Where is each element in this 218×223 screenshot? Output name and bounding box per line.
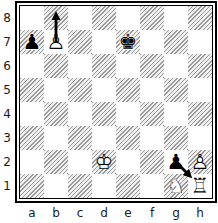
square-a2[interactable] — [20, 150, 44, 174]
square-g5[interactable] — [164, 78, 188, 102]
square-e1[interactable] — [116, 174, 140, 198]
square-c1[interactable] — [68, 174, 92, 198]
square-f2[interactable] — [140, 150, 164, 174]
square-h4[interactable] — [188, 102, 212, 126]
square-d1[interactable] — [92, 174, 116, 198]
square-d5[interactable] — [92, 78, 116, 102]
square-g6[interactable] — [164, 54, 188, 78]
square-f6[interactable] — [140, 54, 164, 78]
square-c3[interactable] — [68, 126, 92, 150]
square-g3[interactable] — [164, 126, 188, 150]
square-d8[interactable] — [92, 6, 116, 30]
square-e8[interactable] — [116, 6, 140, 30]
rank-label-2: 2 — [0, 150, 14, 174]
square-e6[interactable] — [116, 54, 140, 78]
white-rook-h1[interactable]: ♖ — [188, 174, 212, 198]
square-h1[interactable]: ♖ — [188, 174, 212, 198]
square-f5[interactable] — [140, 78, 164, 102]
rank-label-8: 8 — [0, 6, 14, 30]
square-b6[interactable] — [44, 54, 68, 78]
square-g7[interactable] — [164, 30, 188, 54]
square-a5[interactable] — [20, 78, 44, 102]
square-e5[interactable] — [116, 78, 140, 102]
file-label-g: g — [164, 205, 188, 221]
square-d6[interactable] — [92, 54, 116, 78]
square-h2[interactable]: ♙ — [188, 150, 212, 174]
square-c7[interactable] — [68, 30, 92, 54]
square-f1[interactable] — [140, 174, 164, 198]
square-h3[interactable] — [188, 126, 212, 150]
rank-label-3: 3 — [0, 126, 14, 150]
file-label-d: d — [92, 205, 116, 221]
square-a4[interactable] — [20, 102, 44, 126]
rank-label-4: 4 — [0, 102, 14, 126]
file-label-a: a — [20, 205, 44, 221]
square-c4[interactable] — [68, 102, 92, 126]
square-b3[interactable] — [44, 126, 68, 150]
square-e3[interactable] — [116, 126, 140, 150]
rank-label-5: 5 — [0, 78, 14, 102]
square-f8[interactable] — [140, 6, 164, 30]
white-pawn-b7[interactable]: ♙ — [44, 30, 68, 54]
white-knight-g1[interactable]: ♘ — [164, 174, 188, 198]
square-f3[interactable] — [140, 126, 164, 150]
square-b1[interactable] — [44, 174, 68, 198]
rank-labels: 87654321 — [0, 6, 14, 198]
square-e7[interactable]: ♚ — [116, 30, 140, 54]
chess-diagram: 87654321 ♟♙♚♔♟♙♘♖ abcdefgh — [0, 0, 218, 223]
rank-label-7: 7 — [0, 30, 14, 54]
square-c2[interactable] — [68, 150, 92, 174]
file-label-f: f — [140, 205, 164, 221]
white-king-d2[interactable]: ♔ — [92, 150, 116, 174]
file-label-c: c — [68, 205, 92, 221]
file-label-e: e — [116, 205, 140, 221]
square-g1[interactable]: ♘ — [164, 174, 188, 198]
square-c8[interactable] — [68, 6, 92, 30]
rank-label-1: 1 — [0, 174, 14, 198]
square-g2[interactable]: ♟ — [164, 150, 188, 174]
square-b7[interactable]: ♙ — [44, 30, 68, 54]
square-a6[interactable] — [20, 54, 44, 78]
square-g4[interactable] — [164, 102, 188, 126]
board: ♟♙♚♔♟♙♘♖ — [19, 5, 213, 199]
square-d3[interactable] — [92, 126, 116, 150]
square-b4[interactable] — [44, 102, 68, 126]
square-h5[interactable] — [188, 78, 212, 102]
square-f7[interactable] — [140, 30, 164, 54]
square-a1[interactable] — [20, 174, 44, 198]
square-a7[interactable]: ♟ — [20, 30, 44, 54]
square-b2[interactable] — [44, 150, 68, 174]
black-king-e7[interactable]: ♚ — [116, 30, 140, 54]
square-h8[interactable] — [188, 6, 212, 30]
square-d4[interactable] — [92, 102, 116, 126]
black-pawn-g2[interactable]: ♟ — [164, 150, 188, 174]
square-h7[interactable] — [188, 30, 212, 54]
file-labels: abcdefgh — [20, 205, 212, 221]
file-label-h: h — [188, 205, 212, 221]
white-pawn-h2[interactable]: ♙ — [188, 150, 212, 174]
square-c6[interactable] — [68, 54, 92, 78]
square-d2[interactable]: ♔ — [92, 150, 116, 174]
square-a3[interactable] — [20, 126, 44, 150]
rank-label-6: 6 — [0, 54, 14, 78]
file-label-b: b — [44, 205, 68, 221]
square-a8[interactable] — [20, 6, 44, 30]
square-d7[interactable] — [92, 30, 116, 54]
square-e2[interactable] — [116, 150, 140, 174]
square-g8[interactable] — [164, 6, 188, 30]
square-c5[interactable] — [68, 78, 92, 102]
square-b5[interactable] — [44, 78, 68, 102]
board-frame: ♟♙♚♔♟♙♘♖ — [15, 1, 217, 203]
square-b8[interactable] — [44, 6, 68, 30]
square-e4[interactable] — [116, 102, 140, 126]
square-f4[interactable] — [140, 102, 164, 126]
black-pawn-a7[interactable]: ♟ — [20, 30, 44, 54]
square-h6[interactable] — [188, 54, 212, 78]
